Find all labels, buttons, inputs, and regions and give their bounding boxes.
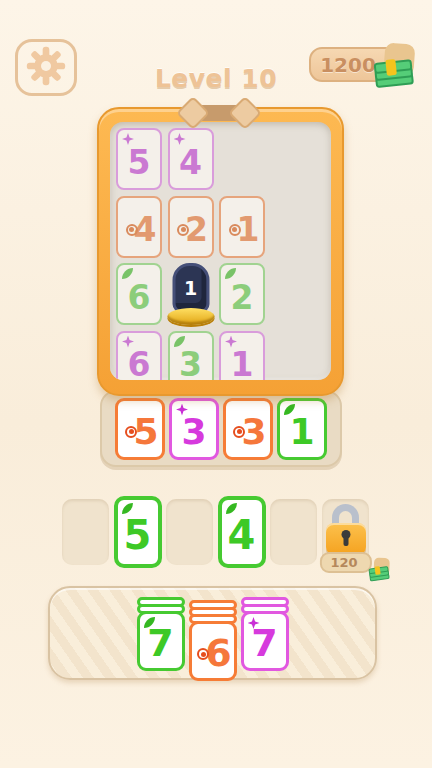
bell-gold-ring (167, 308, 214, 325)
padlock-icon (324, 504, 368, 555)
card-value: 6 (205, 630, 231, 672)
bell-counter-icon[interactable]: 1 (168, 263, 214, 325)
bell-count: 1 (184, 277, 197, 299)
stk-card-eye-6[interactable]: 6 (189, 621, 237, 681)
eye-icon (229, 224, 241, 236)
eye-icon (126, 224, 138, 236)
lock-body (326, 523, 366, 555)
hd-card-eye-5[interactable]: 5 (115, 398, 165, 460)
game-screen: Level 10 1200 54421612631 5331 54120 767 (0, 0, 432, 768)
card-value: 4 (228, 509, 256, 555)
bd-card-star-5[interactable]: 5 (116, 128, 162, 190)
bd-card-star-1[interactable]: 1 (219, 331, 265, 381)
empty-board-cell (271, 263, 317, 325)
stock-stack-star-7[interactable]: 7 (241, 597, 289, 671)
stk-card-leaf-7[interactable]: 7 (137, 611, 185, 671)
card-value: 4 (179, 140, 202, 179)
stock-tray: 767 (48, 586, 377, 680)
card-value: 7 (251, 620, 277, 662)
coin-counter[interactable]: 1200 (309, 47, 409, 82)
empty-board-cell (219, 128, 265, 190)
board-grid: 54421612631 (116, 128, 317, 380)
bd-card-leaf-2[interactable]: 2 (219, 263, 265, 325)
card-value: 3 (181, 408, 206, 450)
card-value: 5 (128, 140, 151, 179)
sl-card-leaf-5[interactable]: 5 (114, 496, 162, 568)
card-slot: 5 (114, 499, 161, 565)
card-value: 7 (147, 620, 173, 662)
stock-stack-eye-6[interactable]: 6 (189, 600, 237, 681)
sl-card-leaf-4[interactable]: 4 (218, 496, 266, 568)
card-value: 2 (231, 275, 254, 314)
stock-stack-leaf-7[interactable]: 7 (137, 597, 185, 671)
stk-card-star-7[interactable]: 7 (241, 611, 289, 671)
card-value: 5 (124, 509, 152, 555)
bd-card-eye-4[interactable]: 4 (116, 196, 162, 258)
empty-board-cell (271, 331, 317, 381)
eye-icon (197, 648, 209, 660)
eye-icon (125, 426, 137, 438)
card-value: 6 (128, 342, 151, 380)
card-slot: 4 (218, 499, 265, 565)
eye-icon (177, 224, 189, 236)
card-value: 5 (133, 408, 158, 450)
card-value: 6 (128, 275, 151, 314)
bd-card-leaf-6[interactable]: 6 (116, 263, 162, 325)
bd-card-star-6[interactable]: 6 (116, 331, 162, 381)
empty-slot (270, 499, 317, 565)
card-value: 3 (241, 408, 266, 450)
bd-card-eye-1[interactable]: 1 (219, 196, 265, 258)
hd-card-leaf-1[interactable]: 1 (277, 398, 327, 460)
hd-card-star-3[interactable]: 3 (169, 398, 219, 460)
game-board: 54421612631 (97, 107, 344, 396)
locked-slot[interactable]: 120 (322, 499, 369, 565)
card-value: 3 (179, 342, 202, 380)
bd-card-leaf-3[interactable]: 3 (168, 331, 214, 381)
slot-row: 54120 (62, 499, 369, 565)
cash-stack-icon (368, 38, 421, 95)
bd-card-star-4[interactable]: 4 (168, 128, 214, 190)
cash-stack-icon (365, 555, 393, 585)
empty-board-cell (271, 128, 317, 190)
empty-slot (62, 499, 109, 565)
unlock-price-badge: 120 (319, 552, 371, 573)
empty-board-cell (271, 196, 317, 258)
eye-icon (233, 426, 245, 438)
board-surface: 54421612631 (110, 122, 331, 380)
empty-slot (166, 499, 213, 565)
bd-card-eye-2[interactable]: 2 (168, 196, 214, 258)
card-value: 1 (231, 342, 254, 380)
card-value: 1 (289, 408, 314, 450)
bell-body: 1 (172, 263, 209, 313)
hand-tray: 5331 (100, 390, 342, 467)
hd-card-eye-3[interactable]: 3 (223, 398, 273, 460)
